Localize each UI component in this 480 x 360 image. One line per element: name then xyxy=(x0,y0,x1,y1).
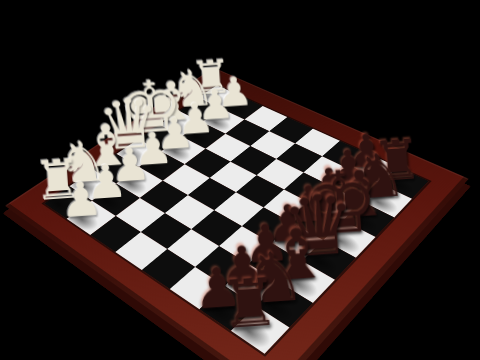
piece-white-pawn[interactable]: ♟ xyxy=(28,172,134,227)
piece-white-rook[interactable]: ♜ xyxy=(167,52,256,104)
piece-white-pawn[interactable]: ♟ xyxy=(149,95,243,143)
piece-white-pawn[interactable]: ♟ xyxy=(169,81,261,128)
piece-shadow xyxy=(192,88,231,109)
square-a2[interactable]: ♟ xyxy=(67,201,116,235)
square-g3[interactable] xyxy=(225,120,269,147)
square-e4[interactable] xyxy=(210,162,257,193)
square-f4[interactable] xyxy=(230,146,276,175)
piece-white-knight[interactable]: ♞ xyxy=(147,60,238,117)
piece-white-queen[interactable]: ♛ xyxy=(80,85,178,161)
square-e1[interactable]: ♚ xyxy=(138,125,182,152)
piece-shadow xyxy=(172,100,212,122)
square-f1[interactable]: ♝ xyxy=(159,111,202,136)
square-h2[interactable]: ♟ xyxy=(221,95,263,119)
board-squares: ♜♟♟♜♞♟♟♞♝♟♟♝♚♟♟♚♛♟♟♛♝♟♟♝♞♟♟♞♜♟♟♜ xyxy=(44,85,429,353)
scene-lean: ♜♟♟♜♞♟♟♞♝♟♟♝♚♟♟♚♛♟♟♛♝♟♟♝♞♟♟♞♜♟♟♜ xyxy=(0,0,480,360)
piece-white-king[interactable]: ♚ xyxy=(103,68,199,145)
square-h3[interactable] xyxy=(244,106,287,131)
square-h4[interactable] xyxy=(269,117,313,143)
square-f3[interactable] xyxy=(206,134,251,162)
square-a8[interactable]: ♜ xyxy=(231,306,289,354)
chess-render-canvas: ♜♟♟♜♞♟♟♞♝♟♟♝♚♟♟♚♛♟♟♛♝♟♟♝♞♟♟♞♜♟♟♜ xyxy=(0,0,480,360)
piece-shadow xyxy=(131,127,172,152)
scene-viewport: ♜♟♟♜♞♟♟♞♝♟♟♝♚♟♟♚♛♟♟♛♝♟♟♝♞♟♟♞♜♟♟♜ xyxy=(0,0,480,360)
square-g1[interactable]: ♞ xyxy=(179,98,221,122)
square-g2[interactable]: ♟ xyxy=(202,108,245,133)
piece-shadow xyxy=(154,139,197,165)
square-e2[interactable]: ♟ xyxy=(161,136,206,164)
square-e3[interactable] xyxy=(185,149,231,178)
square-h1[interactable]: ♜ xyxy=(198,85,239,108)
piece-white-bishop[interactable]: ♝ xyxy=(126,71,219,131)
square-d3[interactable] xyxy=(163,164,210,195)
piece-white-pawn[interactable]: ♟ xyxy=(189,68,279,114)
chess-board-frame: ♜♟♟♜♞♟♟♞♝♟♟♝♚♟♟♚♛♟♟♛♝♟♟♝♞♟♟♞♜♟♟♜ xyxy=(5,67,469,360)
piece-white-pawn[interactable]: ♟ xyxy=(127,109,223,158)
piece-black-rook[interactable]: ♜ xyxy=(186,267,313,342)
piece-shadow xyxy=(152,114,193,137)
piece-shadow xyxy=(214,98,255,120)
piece-shadow xyxy=(195,111,236,134)
square-f2[interactable]: ♟ xyxy=(182,122,226,149)
square-g4[interactable] xyxy=(250,131,295,159)
piece-shadow xyxy=(175,125,217,150)
